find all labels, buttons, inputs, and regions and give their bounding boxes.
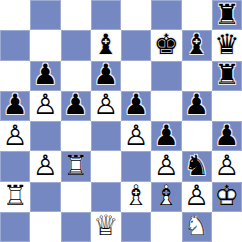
- square-g4[interactable]: [182, 121, 212, 151]
- square-a4[interactable]: ♟♙: [0, 121, 30, 151]
- piece-black-pawn[interactable]: ♟: [212, 121, 242, 151]
- piece-black-knight[interactable]: ♞: [182, 151, 212, 181]
- square-f7[interactable]: ♚: [151, 30, 181, 60]
- black-pawn-glyph: ♟: [121, 91, 151, 121]
- piece-black-pawn[interactable]: ♟: [151, 121, 181, 151]
- white-pawn-outline: ♙: [121, 121, 151, 151]
- piece-white-pawn[interactable]: ♟♙: [0, 121, 30, 151]
- square-b8[interactable]: [30, 0, 60, 30]
- black-knight-glyph: ♞: [182, 151, 212, 181]
- square-a8[interactable]: [0, 0, 30, 30]
- square-f4[interactable]: ♟: [151, 121, 181, 151]
- square-f2[interactable]: ♝♗: [151, 182, 181, 212]
- white-king-outline: ♔: [212, 182, 242, 212]
- piece-white-bishop[interactable]: ♝♗: [121, 182, 151, 212]
- square-g8[interactable]: [182, 0, 212, 30]
- square-b7[interactable]: [30, 30, 60, 60]
- square-b5[interactable]: ♟♙: [30, 91, 60, 121]
- square-c2[interactable]: [61, 182, 91, 212]
- square-e6[interactable]: [121, 61, 151, 91]
- square-b6[interactable]: ♟: [30, 61, 60, 91]
- square-b3[interactable]: ♟♙: [30, 151, 60, 181]
- square-d7[interactable]: ♝: [91, 30, 121, 60]
- piece-white-pawn[interactable]: ♟♙: [212, 151, 242, 181]
- black-pawn-glyph: ♟: [182, 91, 212, 121]
- piece-white-pawn[interactable]: ♟♙: [121, 121, 151, 151]
- square-b2[interactable]: [30, 182, 60, 212]
- square-g5[interactable]: ♟: [182, 91, 212, 121]
- piece-black-queen[interactable]: ♛: [212, 30, 242, 60]
- square-g6[interactable]: [182, 61, 212, 91]
- black-bishop-glyph: ♝: [91, 30, 121, 60]
- square-c7[interactable]: [61, 30, 91, 60]
- square-d8[interactable]: [91, 0, 121, 30]
- square-e7[interactable]: [121, 30, 151, 60]
- square-e2[interactable]: ♝♗: [121, 182, 151, 212]
- square-c8[interactable]: [61, 0, 91, 30]
- square-d1[interactable]: ♛♕: [91, 212, 121, 242]
- square-g1[interactable]: ♞♘: [182, 212, 212, 242]
- square-h1[interactable]: [212, 212, 242, 242]
- white-pawn-outline: ♙: [0, 121, 30, 151]
- piece-black-pawn[interactable]: ♟: [91, 61, 121, 91]
- black-pawn-glyph: ♟: [61, 91, 91, 121]
- square-h6[interactable]: ♜: [212, 61, 242, 91]
- piece-white-pawn[interactable]: ♟♙: [91, 91, 121, 121]
- square-a5[interactable]: ♟: [0, 91, 30, 121]
- white-queen-outline: ♕: [91, 212, 121, 242]
- piece-black-pawn[interactable]: ♟: [182, 91, 212, 121]
- white-rook-outline: ♖: [61, 151, 91, 181]
- square-f5[interactable]: [151, 91, 181, 121]
- white-knight-outline: ♘: [182, 212, 212, 242]
- white-pawn-outline: ♙: [182, 182, 212, 212]
- white-pawn-outline: ♙: [30, 151, 60, 181]
- black-king-glyph: ♚: [151, 30, 181, 60]
- square-c5[interactable]: ♟: [61, 91, 91, 121]
- square-c6[interactable]: [61, 61, 91, 91]
- black-queen-glyph: ♛: [212, 30, 242, 60]
- piece-black-bishop[interactable]: ♝: [91, 30, 121, 60]
- square-b1[interactable]: [30, 212, 60, 242]
- white-rook-outline: ♖: [0, 182, 30, 212]
- square-d4[interactable]: [91, 121, 121, 151]
- square-f3[interactable]: ♟♙: [151, 151, 181, 181]
- piece-white-knight[interactable]: ♞♘: [182, 212, 212, 242]
- square-c1[interactable]: [61, 212, 91, 242]
- square-g7[interactable]: ♝: [182, 30, 212, 60]
- piece-white-pawn[interactable]: ♟♙: [182, 182, 212, 212]
- white-pawn-outline: ♙: [151, 151, 181, 181]
- black-pawn-glyph: ♟: [91, 61, 121, 91]
- square-e5[interactable]: ♟: [121, 91, 151, 121]
- white-bishop-outline: ♗: [121, 182, 151, 212]
- square-a7[interactable]: [0, 30, 30, 60]
- black-bishop-glyph: ♝: [182, 30, 212, 60]
- square-a1[interactable]: [0, 212, 30, 242]
- black-pawn-glyph: ♟: [0, 91, 30, 121]
- piece-white-bishop[interactable]: ♝♗: [151, 182, 181, 212]
- square-g3[interactable]: ♞: [182, 151, 212, 181]
- white-pawn-outline: ♙: [30, 91, 60, 121]
- square-c4[interactable]: [61, 121, 91, 151]
- square-d3[interactable]: [91, 151, 121, 181]
- square-a6[interactable]: [0, 61, 30, 91]
- square-e3[interactable]: [121, 151, 151, 181]
- square-e8[interactable]: [121, 0, 151, 30]
- piece-white-rook[interactable]: ♜♖: [0, 182, 30, 212]
- square-c3[interactable]: ♜♖: [61, 151, 91, 181]
- square-e4[interactable]: ♟♙: [121, 121, 151, 151]
- piece-white-rook[interactable]: ♜♖: [61, 151, 91, 181]
- piece-white-pawn[interactable]: ♟♙: [151, 151, 181, 181]
- square-h5[interactable]: [212, 91, 242, 121]
- black-rook-glyph: ♜: [212, 0, 242, 30]
- square-h4[interactable]: ♟: [212, 121, 242, 151]
- square-e1[interactable]: [121, 212, 151, 242]
- square-h7[interactable]: ♛: [212, 30, 242, 60]
- piece-black-rook[interactable]: ♜: [212, 0, 242, 30]
- piece-black-pawn[interactable]: ♟: [121, 91, 151, 121]
- square-a3[interactable]: [0, 151, 30, 181]
- white-pawn-outline: ♙: [91, 91, 121, 121]
- white-pawn-outline: ♙: [212, 151, 242, 181]
- square-g2[interactable]: ♟♙: [182, 182, 212, 212]
- square-a2[interactable]: ♜♖: [0, 182, 30, 212]
- square-f1[interactable]: [151, 212, 181, 242]
- square-h8[interactable]: ♜: [212, 0, 242, 30]
- piece-black-rook[interactable]: ♜: [212, 61, 242, 91]
- white-bishop-outline: ♗: [151, 182, 181, 212]
- black-rook-glyph: ♜: [212, 61, 242, 91]
- square-d5[interactable]: ♟♙: [91, 91, 121, 121]
- square-h3[interactable]: ♟♙: [212, 151, 242, 181]
- piece-black-pawn[interactable]: ♟: [0, 91, 30, 121]
- square-d6[interactable]: ♟: [91, 61, 121, 91]
- piece-black-king[interactable]: ♚: [151, 30, 181, 60]
- square-d2[interactable]: [91, 182, 121, 212]
- black-pawn-glyph: ♟: [151, 121, 181, 151]
- black-pawn-glyph: ♟: [30, 61, 60, 91]
- square-b4[interactable]: [30, 121, 60, 151]
- piece-black-bishop[interactable]: ♝: [182, 30, 212, 60]
- piece-white-king[interactable]: ♚♔: [212, 182, 242, 212]
- piece-white-queen[interactable]: ♛♕: [91, 212, 121, 242]
- piece-white-pawn[interactable]: ♟♙: [30, 91, 60, 121]
- piece-white-pawn[interactable]: ♟♙: [30, 151, 60, 181]
- piece-black-pawn[interactable]: ♟: [61, 91, 91, 121]
- chess-board: ♜♝♚♝♛♟♟♜♟♟♙♟♟♙♟♟♟♙♟♙♟♟♟♙♜♖♟♙♞♟♙♜♖♝♗♝♗♟♙♚…: [0, 0, 242, 242]
- square-f6[interactable]: [151, 61, 181, 91]
- black-pawn-glyph: ♟: [212, 121, 242, 151]
- square-f8[interactable]: [151, 0, 181, 30]
- piece-black-pawn[interactable]: ♟: [30, 61, 60, 91]
- square-h2[interactable]: ♚♔: [212, 182, 242, 212]
